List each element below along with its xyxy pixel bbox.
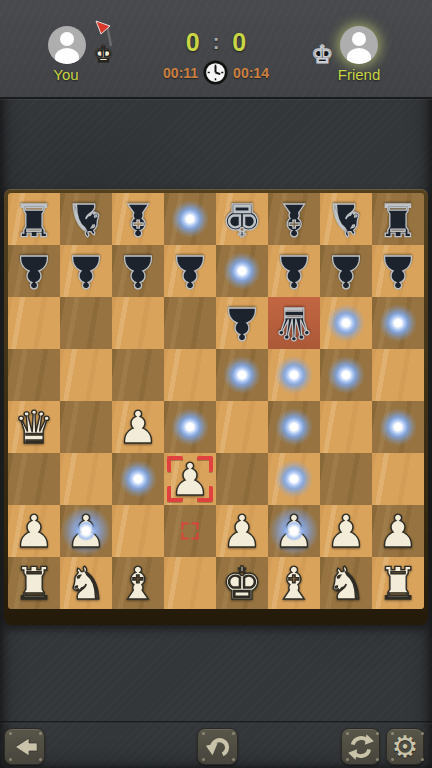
square-a8[interactable]: ♜	[8, 193, 60, 245]
legal-move-dot	[171, 408, 209, 446]
square-e5[interactable]	[216, 349, 268, 401]
square-g6[interactable]	[320, 297, 372, 349]
score-left: 0	[186, 28, 200, 57]
piece-black-pawn[interactable]: ♟	[274, 249, 314, 294]
square-g7[interactable]: ♟	[320, 245, 372, 297]
square-f6[interactable]: ♛	[268, 297, 320, 349]
square-a5[interactable]	[8, 349, 60, 401]
piece-black-rook[interactable]: ♜	[378, 197, 418, 242]
square-h2[interactable]: ♟	[372, 505, 424, 557]
sync-icon	[347, 733, 375, 761]
rotate-board-button[interactable]	[341, 728, 380, 765]
square-h4[interactable]	[372, 401, 424, 453]
right-player-clock: 00:14	[233, 65, 269, 81]
square-a3[interactable]	[8, 453, 60, 505]
capture-highlight-orb	[284, 521, 304, 541]
back-button[interactable]	[4, 728, 45, 765]
square-c6[interactable]	[112, 297, 164, 349]
score-separator: :	[213, 31, 220, 54]
square-d2[interactable]	[164, 505, 216, 557]
square-c1[interactable]: ♝	[112, 557, 164, 609]
piece-white-bishop[interactable]: ♝	[274, 561, 314, 606]
square-b5[interactable]	[60, 349, 112, 401]
legal-move-dot	[275, 408, 313, 446]
black-king-side-icon: ♚	[311, 42, 333, 67]
left-player-clock: 00:11	[163, 65, 198, 81]
square-b1[interactable]: ♞	[60, 557, 112, 609]
piece-black-rook[interactable]: ♜	[14, 197, 54, 242]
square-c7[interactable]: ♟	[112, 245, 164, 297]
piece-white-bishop[interactable]: ♝	[118, 561, 158, 606]
square-d8[interactable]	[164, 193, 216, 245]
square-g2[interactable]: ♟	[320, 505, 372, 557]
legal-move-dot	[119, 460, 157, 498]
square-b3[interactable]	[60, 453, 112, 505]
square-e7[interactable]	[216, 245, 268, 297]
piece-white-pawn[interactable]: ♟	[378, 509, 418, 554]
square-c5[interactable]	[112, 349, 164, 401]
square-h6[interactable]	[372, 297, 424, 349]
last-move-from-marker	[182, 523, 199, 540]
capture-highlight-orb	[76, 521, 96, 541]
square-e4[interactable]	[216, 401, 268, 453]
piece-white-king[interactable]: ♚	[222, 561, 262, 606]
square-a4[interactable]: ♛	[8, 401, 60, 453]
square-b4[interactable]	[60, 401, 112, 453]
square-e6[interactable]: ♟	[216, 297, 268, 349]
right-player-name: Friend	[327, 66, 391, 83]
legal-move-dot	[223, 356, 261, 394]
piece-black-knight[interactable]: ♞	[66, 197, 106, 242]
piece-white-pawn[interactable]: ♟	[222, 509, 262, 554]
piece-white-queen[interactable]: ♛	[14, 405, 54, 450]
square-c3[interactable]	[112, 453, 164, 505]
square-c2[interactable]	[112, 505, 164, 557]
square-d5[interactable]	[164, 349, 216, 401]
square-e1[interactable]: ♚	[216, 557, 268, 609]
piece-black-king[interactable]: ♚	[222, 197, 262, 242]
square-a2[interactable]: ♟	[8, 505, 60, 557]
square-e8[interactable]: ♚	[216, 193, 268, 245]
square-f5[interactable]	[268, 349, 320, 401]
square-a6[interactable]	[8, 297, 60, 349]
piece-black-pawn[interactable]: ♟	[66, 249, 106, 294]
piece-black-pawn[interactable]: ♟	[326, 249, 366, 294]
piece-white-rook[interactable]: ♜	[378, 561, 418, 606]
header: You ♚ 0 : 0 00:11	[0, 0, 432, 99]
square-f3[interactable]	[268, 453, 320, 505]
last-move-to-marker	[167, 456, 213, 502]
square-g3[interactable]	[320, 453, 372, 505]
piece-black-pawn[interactable]: ♟	[378, 249, 418, 294]
piece-black-knight[interactable]: ♞	[326, 197, 366, 242]
legal-move-dot	[275, 356, 313, 394]
piece-white-knight[interactable]: ♞	[326, 561, 366, 606]
piece-black-pawn[interactable]: ♟	[222, 301, 262, 346]
legal-move-dot	[275, 460, 313, 498]
square-d6[interactable]	[164, 297, 216, 349]
square-a1[interactable]: ♜	[8, 557, 60, 609]
chess-board: ♜♞♝♚♝♞♜♟♟♟♟♟♟♟♟♛♛♟♟♟♟♟♟♟♟♜♞♝♚♝♞♜	[8, 193, 424, 609]
square-b2[interactable]: ♟	[60, 505, 112, 557]
legal-move-dot	[327, 304, 365, 342]
square-d4[interactable]	[164, 401, 216, 453]
piece-black-pawn[interactable]: ♟	[170, 249, 210, 294]
square-d7[interactable]: ♟	[164, 245, 216, 297]
square-h8[interactable]: ♜	[372, 193, 424, 245]
square-h5[interactable]	[372, 349, 424, 401]
square-a7[interactable]: ♟	[8, 245, 60, 297]
square-g5[interactable]	[320, 349, 372, 401]
square-g1[interactable]: ♞	[320, 557, 372, 609]
square-c8[interactable]: ♝	[112, 193, 164, 245]
score-right: 0	[232, 28, 246, 57]
piece-black-bishop[interactable]: ♝	[118, 197, 158, 242]
gear-icon: ⚙	[392, 732, 419, 762]
square-h1[interactable]: ♜	[372, 557, 424, 609]
square-g8[interactable]: ♞	[320, 193, 372, 245]
square-f1[interactable]: ♝	[268, 557, 320, 609]
square-d3[interactable]: ♟	[164, 453, 216, 505]
piece-black-queen[interactable]: ♛	[274, 301, 314, 346]
piece-white-knight[interactable]: ♞	[66, 561, 106, 606]
piece-white-pawn[interactable]: ♟	[14, 509, 54, 554]
square-b8[interactable]: ♞	[60, 193, 112, 245]
right-player-avatar	[340, 26, 378, 64]
legal-move-dot	[379, 408, 417, 446]
square-b7[interactable]: ♟	[60, 245, 112, 297]
piece-white-rook[interactable]: ♜	[14, 561, 54, 606]
piece-black-pawn[interactable]: ♟	[118, 249, 158, 294]
square-e3[interactable]	[216, 453, 268, 505]
square-d1[interactable]	[164, 557, 216, 609]
piece-black-pawn[interactable]: ♟	[14, 249, 54, 294]
square-h7[interactable]: ♟	[372, 245, 424, 297]
square-h3[interactable]	[372, 453, 424, 505]
square-f2[interactable]: ♟	[268, 505, 320, 557]
square-e2[interactable]: ♟	[216, 505, 268, 557]
piece-white-pawn[interactable]: ♟	[118, 405, 158, 450]
square-f8[interactable]: ♝	[268, 193, 320, 245]
clock-icon	[203, 60, 228, 85]
square-f7[interactable]: ♟	[268, 245, 320, 297]
undo-icon	[204, 733, 232, 761]
square-g4[interactable]	[320, 401, 372, 453]
undo-button[interactable]	[197, 728, 238, 765]
square-b6[interactable]	[60, 297, 112, 349]
legal-move-dot	[379, 304, 417, 342]
square-c4[interactable]: ♟	[112, 401, 164, 453]
piece-black-bishop[interactable]: ♝	[274, 197, 314, 242]
app-screen: You ♚ 0 : 0 00:11	[0, 0, 432, 768]
piece-white-pawn[interactable]: ♟	[326, 509, 366, 554]
toolbar-divider	[0, 721, 432, 724]
legal-move-dot	[171, 200, 209, 238]
chess-board-frame: ♜♞♝♚♝♞♜♟♟♟♟♟♟♟♟♛♛♟♟♟♟♟♟♟♟♜♞♝♚♝♞♜	[4, 189, 428, 625]
arrow-left-icon	[10, 734, 40, 760]
settings-button[interactable]: ⚙	[386, 728, 424, 765]
legal-move-dot	[327, 356, 365, 394]
legal-move-dot	[223, 252, 261, 290]
square-f4[interactable]	[268, 401, 320, 453]
